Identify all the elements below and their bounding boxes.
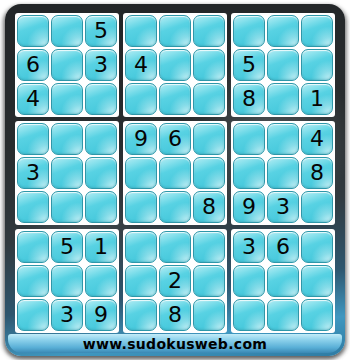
cell-r8c6[interactable] bbox=[193, 265, 225, 297]
box-2-3: 4893 bbox=[231, 121, 335, 225]
cell-r8c2[interactable] bbox=[51, 265, 83, 297]
cell-r2c1[interactable]: 6 bbox=[17, 49, 49, 81]
cell-r5c6[interactable] bbox=[193, 157, 225, 189]
cell-r4c3[interactable] bbox=[85, 123, 117, 155]
cell-r2c4[interactable]: 4 bbox=[125, 49, 157, 81]
box-2-1: 3 bbox=[15, 121, 119, 225]
cell-r3c7[interactable]: 8 bbox=[233, 83, 265, 115]
cell-r3c3[interactable] bbox=[85, 83, 117, 115]
cell-r5c2[interactable] bbox=[51, 157, 83, 189]
box-3-2: 28 bbox=[123, 229, 227, 333]
cell-r3c4[interactable] bbox=[125, 83, 157, 115]
box-3-3: 36 bbox=[231, 229, 335, 333]
cell-r5c1[interactable]: 3 bbox=[17, 157, 49, 189]
cell-r5c7[interactable] bbox=[233, 157, 265, 189]
cell-r2c5[interactable] bbox=[159, 49, 191, 81]
cell-r9c9[interactable] bbox=[301, 299, 333, 331]
cell-r1c6[interactable] bbox=[193, 15, 225, 47]
sudoku-board: 563445813968489351392836 bbox=[15, 13, 335, 333]
box-1-3: 581 bbox=[231, 13, 335, 117]
cell-r1c2[interactable] bbox=[51, 15, 83, 47]
cell-r4c2[interactable] bbox=[51, 123, 83, 155]
cell-r1c8[interactable] bbox=[267, 15, 299, 47]
cell-r8c5[interactable]: 2 bbox=[159, 265, 191, 297]
cell-r8c9[interactable] bbox=[301, 265, 333, 297]
cell-r5c9[interactable]: 8 bbox=[301, 157, 333, 189]
cell-r4c1[interactable] bbox=[17, 123, 49, 155]
cell-r9c7[interactable] bbox=[233, 299, 265, 331]
cell-r7c7[interactable]: 3 bbox=[233, 231, 265, 263]
cell-r3c5[interactable] bbox=[159, 83, 191, 115]
cell-r9c8[interactable] bbox=[267, 299, 299, 331]
cell-r2c6[interactable] bbox=[193, 49, 225, 81]
cell-r2c2[interactable] bbox=[51, 49, 83, 81]
cell-r7c6[interactable] bbox=[193, 231, 225, 263]
cell-r8c3[interactable] bbox=[85, 265, 117, 297]
cell-r6c2[interactable] bbox=[51, 191, 83, 223]
cell-r1c9[interactable] bbox=[301, 15, 333, 47]
cell-r6c7[interactable]: 9 bbox=[233, 191, 265, 223]
cell-r1c4[interactable] bbox=[125, 15, 157, 47]
cell-r7c8[interactable]: 6 bbox=[267, 231, 299, 263]
cell-r6c9[interactable] bbox=[301, 191, 333, 223]
cell-r1c3[interactable]: 5 bbox=[85, 15, 117, 47]
cell-r7c1[interactable] bbox=[17, 231, 49, 263]
cell-r6c6[interactable]: 8 bbox=[193, 191, 225, 223]
cell-r1c5[interactable] bbox=[159, 15, 191, 47]
cell-r3c2[interactable] bbox=[51, 83, 83, 115]
cell-r2c3[interactable]: 3 bbox=[85, 49, 117, 81]
cell-r7c5[interactable] bbox=[159, 231, 191, 263]
cell-r2c7[interactable]: 5 bbox=[233, 49, 265, 81]
cell-r8c7[interactable] bbox=[233, 265, 265, 297]
cell-r4c7[interactable] bbox=[233, 123, 265, 155]
cell-r7c2[interactable]: 5 bbox=[51, 231, 83, 263]
cell-r6c3[interactable] bbox=[85, 191, 117, 223]
cell-r6c8[interactable]: 3 bbox=[267, 191, 299, 223]
cell-r9c5[interactable]: 8 bbox=[159, 299, 191, 331]
board-frame: 563445813968489351392836 www.sudokusweb.… bbox=[5, 4, 345, 356]
cell-r8c8[interactable] bbox=[267, 265, 299, 297]
cell-r7c9[interactable] bbox=[301, 231, 333, 263]
site-url[interactable]: www.sudokusweb.com bbox=[83, 336, 267, 352]
cell-r2c9[interactable] bbox=[301, 49, 333, 81]
cell-r1c1[interactable] bbox=[17, 15, 49, 47]
cell-r3c9[interactable]: 1 bbox=[301, 83, 333, 115]
cell-r9c4[interactable] bbox=[125, 299, 157, 331]
cell-r6c4[interactable] bbox=[125, 191, 157, 223]
cell-r4c4[interactable]: 9 bbox=[125, 123, 157, 155]
cell-r4c6[interactable] bbox=[193, 123, 225, 155]
cell-r4c5[interactable]: 6 bbox=[159, 123, 191, 155]
box-2-2: 968 bbox=[123, 121, 227, 225]
cell-r4c9[interactable]: 4 bbox=[301, 123, 333, 155]
cell-r5c8[interactable] bbox=[267, 157, 299, 189]
box-1-1: 5634 bbox=[15, 13, 119, 117]
cell-r9c2[interactable]: 3 bbox=[51, 299, 83, 331]
cell-r6c5[interactable] bbox=[159, 191, 191, 223]
cell-r4c8[interactable] bbox=[267, 123, 299, 155]
cell-r6c1[interactable] bbox=[17, 191, 49, 223]
cell-r9c3[interactable]: 9 bbox=[85, 299, 117, 331]
cell-r8c4[interactable] bbox=[125, 265, 157, 297]
cell-r5c5[interactable] bbox=[159, 157, 191, 189]
cell-r2c8[interactable] bbox=[267, 49, 299, 81]
box-3-1: 5139 bbox=[15, 229, 119, 333]
cell-r5c4[interactable] bbox=[125, 157, 157, 189]
cell-r3c8[interactable] bbox=[267, 83, 299, 115]
cell-r1c7[interactable] bbox=[233, 15, 265, 47]
cell-r9c1[interactable] bbox=[17, 299, 49, 331]
cell-r8c1[interactable] bbox=[17, 265, 49, 297]
box-1-2: 4 bbox=[123, 13, 227, 117]
cell-r3c6[interactable] bbox=[193, 83, 225, 115]
cell-r9c6[interactable] bbox=[193, 299, 225, 331]
cell-r5c3[interactable] bbox=[85, 157, 117, 189]
footer-bar: www.sudokusweb.com bbox=[8, 334, 342, 353]
cell-r7c4[interactable] bbox=[125, 231, 157, 263]
cell-r3c1[interactable]: 4 bbox=[17, 83, 49, 115]
cell-r7c3[interactable]: 1 bbox=[85, 231, 117, 263]
